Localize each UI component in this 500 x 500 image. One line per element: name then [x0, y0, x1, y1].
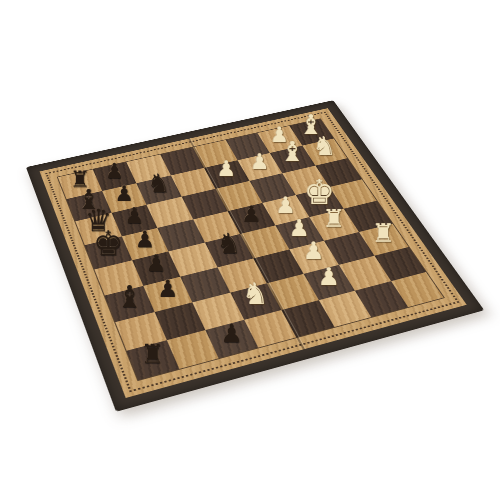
piece-black-rook-a1[interactable]: ♜ — [141, 341, 165, 368]
piece-white-knight-d2[interactable]: ♞ — [242, 280, 268, 309]
piece-white-rook-h3[interactable]: ♜ — [372, 221, 395, 247]
piece-white-knight-h7[interactable]: ♞ — [313, 132, 336, 158]
piece-white-rook-g4[interactable]: ♜ — [323, 206, 345, 231]
piece-black-pawn-b5[interactable]: ♟ — [135, 228, 155, 250]
piece-black-pawn-b8[interactable]: ♟ — [105, 161, 124, 182]
piece-white-pawn-f3[interactable]: ♟ — [303, 240, 324, 264]
piece-black-king-a5[interactable]: ♚ — [93, 227, 123, 261]
piece-black-knight-c7[interactable]: ♞ — [147, 171, 170, 197]
piece-white-pawn-f5[interactable]: ♟ — [275, 194, 295, 217]
piece-black-pawn-b7[interactable]: ♟ — [114, 183, 133, 204]
piece-white-pawn-f2[interactable]: ♟ — [318, 265, 340, 289]
piece-black-pawn-e5[interactable]: ♟ — [241, 202, 261, 225]
piece-white-pawn-e7[interactable]: ♟ — [217, 159, 236, 181]
piece-black-knight-d4[interactable]: ♞ — [216, 230, 241, 258]
piece-black-pawn-c1[interactable]: ♟ — [220, 321, 242, 346]
piece-black-pawn-b6[interactable]: ♟ — [124, 205, 144, 227]
piece-black-bishop-a3[interactable]: ♝ — [116, 282, 143, 312]
piece-white-bishop-g7[interactable]: ♝ — [280, 138, 305, 166]
piece-black-pawn-b4[interactable]: ♟ — [146, 252, 167, 275]
piece-black-pawn-b3[interactable]: ♟ — [157, 278, 178, 302]
photo-stage: ♜♟♟♝♝♟♞♟♟♝♞♛♟♚♟♟♟♚♟♞♟♜♝♟♟♜♞♟♜♟ — [0, 0, 500, 500]
piece-white-pawn-f7[interactable]: ♟ — [250, 151, 269, 173]
